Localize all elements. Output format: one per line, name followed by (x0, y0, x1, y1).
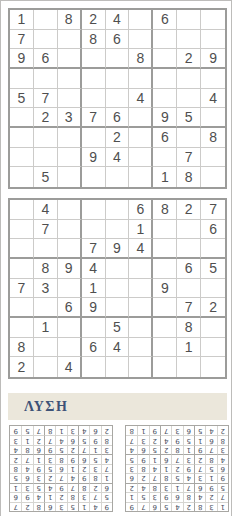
sudoku-cell[interactable] (201, 279, 225, 299)
sudoku-cell[interactable]: 9 (82, 298, 106, 318)
sudoku-cell[interactable]: 8 (10, 338, 34, 358)
sudoku-cell[interactable] (34, 148, 58, 168)
sudoku-cell[interactable]: 4 (34, 200, 58, 220)
sudoku-cell: 3 (137, 435, 148, 444)
sudoku-cell[interactable] (177, 128, 201, 148)
sudoku-cell[interactable]: 9 (58, 259, 82, 279)
sudoku-cell: 4 (137, 483, 148, 492)
sudoku-cell[interactable]: 6 (129, 200, 153, 220)
sudoku-cell[interactable] (34, 69, 58, 89)
sudoku-cell[interactable] (34, 128, 58, 148)
sudoku-cell[interactable]: 4 (129, 239, 153, 259)
sudoku-cell[interactable] (58, 318, 82, 338)
sudoku-cell[interactable] (129, 10, 153, 30)
sudoku-cell[interactable]: 9 (153, 108, 177, 128)
sudoku-cell: 5 (183, 435, 194, 444)
sudoku-cell[interactable] (129, 357, 153, 377)
sudoku-cell[interactable]: 5 (106, 318, 130, 338)
sudoku-cell: 9 (67, 454, 78, 463)
sudoku-cell: 7 (78, 445, 89, 454)
sudoku-cell: 7 (149, 473, 160, 482)
sudoku-cell: 5 (101, 492, 112, 501)
sudoku-cell: 6 (149, 502, 160, 511)
sudoku-cell: 9 (101, 502, 112, 511)
sudoku-cell: 6 (21, 473, 32, 482)
sudoku-cell: 8 (205, 454, 216, 463)
sudoku-cell[interactable] (10, 239, 34, 259)
sudoku-cell: 3 (67, 426, 78, 435)
sudoku-cell: 9 (44, 445, 55, 454)
sudoku-cell[interactable] (153, 69, 177, 89)
sudoku-cell[interactable] (34, 357, 58, 377)
sudoku-cell: 5 (78, 435, 89, 444)
sudoku-cell[interactable]: 2 (177, 49, 201, 69)
sudoku-cell[interactable]: 1 (129, 220, 153, 240)
sudoku-cell: 6 (10, 492, 21, 501)
sudoku-cell: 5 (126, 454, 137, 463)
sudoku-cell[interactable] (201, 318, 225, 338)
sudoku-cell: 6 (55, 464, 66, 473)
sudoku-cell: 2 (101, 426, 112, 435)
sudoku-cell: 3 (217, 445, 228, 454)
sudoku-cell[interactable] (153, 239, 177, 259)
sudoku-cell[interactable]: 4 (106, 148, 130, 168)
sudoku-cell: 7 (33, 426, 44, 435)
sudoku-cell[interactable]: 6 (58, 298, 82, 318)
sudoku-cell[interactable] (201, 69, 225, 89)
sudoku-cell[interactable] (58, 89, 82, 109)
sudoku-cell: 3 (194, 473, 205, 482)
sudoku-cell[interactable] (106, 279, 130, 299)
sudoku-cell: 1 (55, 426, 66, 435)
sudoku-cell[interactable] (58, 30, 82, 50)
sudoku-cell[interactable]: 6 (82, 338, 106, 358)
sudoku-cell: 7 (194, 464, 205, 473)
sudoku-cell[interactable] (10, 128, 34, 148)
sudoku-cell[interactable] (129, 259, 153, 279)
sudoku-cell[interactable]: 8 (153, 200, 177, 220)
sudoku-cell: 9 (160, 492, 171, 501)
sudoku-grid-bottom: 468277167948946573196972158864124 (8, 198, 227, 379)
sudoku-cell: 7 (171, 454, 182, 463)
sudoku-cell: 3 (44, 454, 55, 463)
sudoku-cell[interactable] (106, 49, 130, 69)
sudoku-cell: 8 (160, 473, 171, 482)
sudoku-cell: 8 (55, 454, 66, 463)
sudoku-cell: 6 (205, 435, 216, 444)
sudoku-cell[interactable] (129, 318, 153, 338)
sudoku-cell: 5 (67, 502, 78, 511)
sudoku-cell[interactable]: 4 (82, 259, 106, 279)
sudoku-cell: 7 (183, 483, 194, 492)
sudoku-cell[interactable] (10, 220, 34, 240)
sudoku-cell: 1 (126, 492, 137, 501)
sudoku-cell[interactable] (153, 30, 177, 50)
sudoku-cell: 7 (89, 492, 100, 501)
sudoku-cell[interactable] (82, 200, 106, 220)
sudoku-cell[interactable] (177, 279, 201, 299)
sudoku-cell: 8 (126, 426, 137, 435)
sudoku-cell[interactable]: 1 (82, 279, 106, 299)
sudoku-cell: 7 (217, 492, 228, 501)
sudoku-cell[interactable]: 8 (58, 10, 82, 30)
sudoku-cell[interactable] (82, 318, 106, 338)
sudoku-cell: 7 (55, 473, 66, 482)
sudoku-cell[interactable] (129, 167, 153, 187)
sudoku-cell[interactable] (82, 167, 106, 187)
sudoku-cell[interactable]: 9 (153, 279, 177, 299)
sudoku-cell[interactable] (201, 148, 225, 168)
sudoku-cell: 7 (137, 502, 148, 511)
sudoku-cell[interactable]: 2 (34, 108, 58, 128)
sudoku-cell: 2 (137, 473, 148, 482)
sudoku-cell: 9 (194, 445, 205, 454)
sudoku-cell: 6 (44, 502, 55, 511)
sudoku-cell[interactable] (153, 318, 177, 338)
sudoku-cell[interactable] (10, 69, 34, 89)
sudoku-cell[interactable] (10, 148, 34, 168)
sudoku-cell[interactable] (10, 200, 34, 220)
sudoku-cell[interactable] (34, 239, 58, 259)
sudoku-cell[interactable] (153, 357, 177, 377)
sudoku-cell: 1 (194, 435, 205, 444)
sudoku-cell[interactable]: 8 (201, 128, 225, 148)
sudoku-cell[interactable] (10, 167, 34, 187)
sudoku-cell[interactable]: 7 (34, 89, 58, 109)
sudoku-cell[interactable]: 9 (106, 239, 130, 259)
sudoku-cell[interactable]: 7 (177, 148, 201, 168)
sudoku-cell[interactable] (106, 298, 130, 318)
sudoku-cell[interactable]: 7 (201, 200, 225, 220)
sudoku-cell: 5 (160, 502, 171, 511)
sudoku-cell: 4 (171, 502, 182, 511)
sudoku-cell[interactable] (34, 10, 58, 30)
sudoku-cell: 7 (101, 464, 112, 473)
sudoku-cell[interactable] (201, 357, 225, 377)
sudoku-cell[interactable]: 5 (177, 108, 201, 128)
sudoku-cell[interactable]: 7 (177, 298, 201, 318)
sudoku-cell: 5 (217, 483, 228, 492)
sudoku-cell: 1 (205, 473, 216, 482)
sudoku-cell: 5 (205, 464, 216, 473)
sudoku-cell[interactable] (58, 69, 82, 89)
sudoku-cell: 1 (137, 426, 148, 435)
sudoku-cell: 1 (160, 464, 171, 473)
sudoku-cell: 6 (101, 483, 112, 492)
sudoku-cell[interactable] (201, 10, 225, 30)
sudoku-cell[interactable] (201, 167, 225, 187)
sudoku-cell[interactable]: 7 (10, 30, 34, 50)
sudoku-cell: 3 (89, 464, 100, 473)
sudoku-cell[interactable]: 6 (153, 128, 177, 148)
sudoku-cell[interactable] (177, 89, 201, 109)
sudoku-cell: 6 (137, 445, 148, 454)
sudoku-cell[interactable] (58, 167, 82, 187)
solution-grid-left: 9415368275738214966287945311894723657321… (9, 425, 113, 512)
sudoku-cell[interactable]: 6 (201, 220, 225, 240)
sudoku-cell[interactable]: 6 (34, 49, 58, 69)
sudoku-cell: 8 (33, 502, 44, 511)
sudoku-cell: 1 (89, 445, 100, 454)
sudoku-cell[interactable] (201, 338, 225, 358)
sudoku-cell[interactable]: 6 (106, 108, 130, 128)
sudoku-cell[interactable]: 3 (58, 108, 82, 128)
sudoku-cell: 8 (78, 483, 89, 492)
solution-heading: ΛΥΣΗ (24, 399, 68, 415)
sudoku-cell[interactable] (106, 357, 130, 377)
sudoku-cell[interactable]: 8 (177, 167, 201, 187)
sudoku-cell: 9 (78, 473, 89, 482)
sudoku-cell: 7 (44, 435, 55, 444)
sudoku-cell: 4 (160, 435, 171, 444)
sudoku-cell: 7 (21, 454, 32, 463)
sudoku-cell: 2 (89, 483, 100, 492)
sudoku-cell: 1 (21, 435, 32, 444)
sudoku-cell[interactable]: 2 (201, 298, 225, 318)
sudoku-cell: 2 (55, 492, 66, 501)
sudoku-cell: 1 (101, 473, 112, 482)
sudoku-cell: 5 (89, 454, 100, 463)
sudoku-cell: 4 (205, 426, 216, 435)
sudoku-cell: 5 (194, 426, 205, 435)
sudoku-cell: 8 (217, 435, 228, 444)
sudoku-cell: 3 (55, 502, 66, 511)
sudoku-cell: 3 (171, 426, 182, 435)
sudoku-cell[interactable]: 1 (177, 338, 201, 358)
sudoku-cell: 4 (89, 502, 100, 511)
sudoku-cell[interactable] (34, 30, 58, 50)
sudoku-cell: 7 (126, 435, 137, 444)
sudoku-cell[interactable]: 8 (177, 318, 201, 338)
sudoku-cell[interactable]: 2 (106, 128, 130, 148)
sudoku-cell[interactable]: 1 (10, 10, 34, 30)
sudoku-cell: 2 (21, 502, 32, 511)
sudoku-cell[interactable] (129, 148, 153, 168)
sudoku-cell[interactable] (177, 357, 201, 377)
sudoku-cell[interactable] (58, 279, 82, 299)
sudoku-cell[interactable] (82, 89, 106, 109)
sudoku-cell: 9 (89, 435, 100, 444)
sudoku-cell[interactable]: 2 (177, 200, 201, 220)
sudoku-cell[interactable] (153, 298, 177, 318)
sudoku-cell: 5 (21, 426, 32, 435)
sudoku-cell: 3 (149, 492, 160, 501)
sudoku-cell[interactable]: 4 (201, 89, 225, 109)
sudoku-cell[interactable] (153, 338, 177, 358)
sudoku-cell: 1 (10, 483, 21, 492)
sudoku-cell[interactable] (106, 89, 130, 109)
sudoku-cell: 2 (217, 426, 228, 435)
sudoku-cell[interactable] (177, 239, 201, 259)
sudoku-cell: 3 (126, 464, 137, 473)
sudoku-cell[interactable] (177, 220, 201, 240)
sudoku-cell: 2 (10, 454, 21, 463)
sudoku-cell[interactable] (10, 298, 34, 318)
sudoku-cell[interactable]: 2 (82, 10, 106, 30)
sudoku-cell[interactable]: 9 (82, 148, 106, 168)
sudoku-cell: 6 (78, 454, 89, 463)
sudoku-cell: 7 (10, 502, 21, 511)
sudoku-cell[interactable] (201, 108, 225, 128)
sudoku-cell[interactable] (10, 318, 34, 338)
solution-banner: ΛΥΣΗ (8, 393, 227, 420)
sudoku-cell[interactable]: 6 (106, 30, 130, 50)
sudoku-cell: 7 (160, 426, 171, 435)
sudoku-cell[interactable] (177, 69, 201, 89)
sudoku-cell[interactable]: 3 (34, 279, 58, 299)
sudoku-cell[interactable] (34, 338, 58, 358)
page: 18246786968295744237695268947518 4682771… (0, 0, 232, 516)
sudoku-cell: 3 (205, 502, 216, 511)
sudoku-cell: 9 (33, 464, 44, 473)
sudoku-cell: 3 (33, 473, 44, 482)
sudoku-cell[interactable]: 5 (10, 89, 34, 109)
sudoku-cell[interactable]: 6 (177, 259, 201, 279)
sudoku-cell: 5 (137, 492, 148, 501)
sudoku-cell[interactable]: 5 (34, 167, 58, 187)
sudoku-cell[interactable] (82, 357, 106, 377)
sudoku-cell[interactable]: 8 (129, 49, 153, 69)
sudoku-cell[interactable] (129, 128, 153, 148)
sudoku-cell[interactable] (153, 259, 177, 279)
sudoku-cell[interactable]: 9 (10, 49, 34, 69)
sudoku-cell[interactable]: 4 (129, 89, 153, 109)
sudoku-cell[interactable] (106, 200, 130, 220)
sudoku-cell[interactable] (201, 239, 225, 259)
sudoku-cell: 4 (217, 454, 228, 463)
sudoku-cell: 2 (183, 502, 194, 511)
sudoku-cell[interactable] (82, 49, 106, 69)
sudoku-cell[interactable]: 1 (153, 167, 177, 187)
sudoku-cell: 8 (101, 435, 112, 444)
sudoku-cell: 5 (10, 473, 21, 482)
sudoku-cell[interactable]: 2 (10, 357, 34, 377)
sudoku-cell: 4 (183, 473, 194, 482)
sudoku-cell: 2 (149, 435, 160, 444)
solution-grid-right: 1382456797248693515967138429134587266579… (125, 425, 229, 512)
sudoku-cell[interactable]: 5 (201, 259, 225, 279)
sudoku-cell[interactable] (34, 298, 58, 318)
sudoku-cell[interactable] (153, 148, 177, 168)
sudoku-cell: 1 (149, 454, 160, 463)
sudoku-cell: 3 (21, 483, 32, 492)
sudoku-cell[interactable] (153, 49, 177, 69)
sudoku-cell: 5 (55, 445, 66, 454)
sudoku-cell: 3 (101, 445, 112, 454)
sudoku-cell[interactable]: 4 (58, 357, 82, 377)
sudoku-cell[interactable] (129, 279, 153, 299)
sudoku-cell[interactable] (82, 220, 106, 240)
sudoku-cell: 5 (171, 473, 182, 482)
sudoku-cell[interactable] (153, 89, 177, 109)
sudoku-cell: 8 (183, 492, 194, 501)
sudoku-cell[interactable]: 4 (106, 338, 130, 358)
sudoku-cell: 9 (126, 502, 137, 511)
sudoku-cell[interactable] (10, 108, 34, 128)
sudoku-cell[interactable] (58, 200, 82, 220)
sudoku-cell[interactable] (201, 30, 225, 50)
sudoku-cell[interactable]: 6 (153, 10, 177, 30)
sudoku-cell: 6 (217, 464, 228, 473)
sudoku-cell: 2 (160, 445, 171, 454)
sudoku-cell[interactable] (58, 128, 82, 148)
sudoku-cell: 5 (44, 464, 55, 473)
sudoku-cell: 9 (171, 435, 182, 444)
sudoku-cell: 7 (67, 483, 78, 492)
sudoku-cell[interactable] (129, 30, 153, 50)
sudoku-cell: 6 (33, 445, 44, 454)
sudoku-cell: 4 (10, 445, 21, 454)
sudoku-cell[interactable]: 8 (34, 259, 58, 279)
sudoku-cell[interactable]: 4 (106, 10, 130, 30)
sudoku-cell: 8 (44, 426, 55, 435)
sudoku-cell[interactable] (177, 10, 201, 30)
sudoku-cell: 4 (149, 464, 160, 473)
sudoku-cell[interactable]: 7 (82, 108, 106, 128)
sudoku-cell: 6 (183, 426, 194, 435)
sudoku-cell[interactable] (58, 148, 82, 168)
sudoku-cell[interactable] (129, 298, 153, 318)
sudoku-cell[interactable] (58, 220, 82, 240)
sudoku-cell: 8 (137, 464, 148, 473)
sudoku-cell[interactable] (129, 69, 153, 89)
sudoku-cell: 6 (67, 435, 78, 444)
sudoku-cell: 1 (217, 502, 228, 511)
sudoku-cell: 9 (217, 473, 228, 482)
sudoku-cell: 9 (149, 426, 160, 435)
sudoku-cell[interactable] (129, 338, 153, 358)
sudoku-cell: 8 (149, 483, 160, 492)
sudoku-cell: 8 (194, 502, 205, 511)
sudoku-cell[interactable]: 7 (82, 239, 106, 259)
sudoku-cell: 9 (137, 454, 148, 463)
sudoku-cell: 2 (205, 492, 216, 501)
sudoku-cell[interactable] (106, 69, 130, 89)
sudoku-cell[interactable] (106, 167, 130, 187)
sudoku-cell: 1 (67, 464, 78, 473)
sudoku-cell[interactable]: 7 (10, 279, 34, 299)
sudoku-cell[interactable] (82, 128, 106, 148)
sudoku-cell: 9 (10, 426, 21, 435)
sudoku-cell[interactable] (153, 220, 177, 240)
sudoku-cell[interactable] (58, 49, 82, 69)
sudoku-cell[interactable] (58, 338, 82, 358)
sudoku-cell: 9 (183, 464, 194, 473)
sudoku-cell: 3 (160, 483, 171, 492)
sudoku-cell[interactable] (177, 30, 201, 50)
sudoku-cell[interactable] (82, 69, 106, 89)
sudoku-cell: 1 (33, 454, 44, 463)
sudoku-cell[interactable]: 9 (201, 49, 225, 69)
sudoku-cell[interactable] (106, 259, 130, 279)
sudoku-cell: 4 (44, 483, 55, 492)
sudoku-cell: 6 (160, 454, 171, 463)
sudoku-cell[interactable] (10, 259, 34, 279)
sudoku-cell: 4 (126, 445, 137, 454)
sudoku-cell: 7 (205, 445, 216, 454)
sudoku-cell: 6 (171, 492, 182, 501)
sudoku-cell: 2 (194, 454, 205, 463)
sudoku-cell[interactable]: 8 (82, 30, 106, 50)
sudoku-cell[interactable] (106, 220, 130, 240)
sudoku-cell[interactable]: 1 (34, 318, 58, 338)
sudoku-cell[interactable]: 7 (34, 220, 58, 240)
sudoku-cell: 5 (149, 445, 160, 454)
sudoku-cell[interactable] (58, 239, 82, 259)
sudoku-cell[interactable] (129, 108, 153, 128)
sudoku-cell: 4 (33, 492, 44, 501)
sudoku-cell: 6 (126, 473, 137, 482)
